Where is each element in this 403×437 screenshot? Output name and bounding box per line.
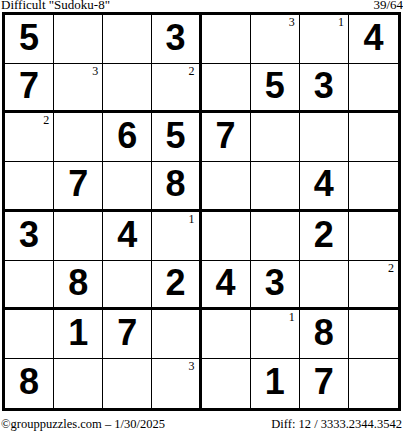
- cell-r5c7[interactable]: 2: [300, 212, 349, 261]
- cell-r1c4[interactable]: 3: [152, 15, 201, 64]
- cell-r7c5[interactable]: [202, 310, 251, 359]
- pencil-mark: 1: [189, 212, 195, 226]
- cell-r3c1[interactable]: 2: [5, 113, 54, 162]
- difficulty-text: Diff: 12 / 3333.2344.3542: [271, 417, 402, 432]
- given-digit: 1: [265, 364, 285, 400]
- cell-r2c4[interactable]: 2: [152, 64, 201, 113]
- given-digit: 3: [165, 20, 185, 56]
- sudoku-board: 5331473253265778434128243217188317: [2, 12, 401, 411]
- given-digit: 4: [363, 20, 383, 56]
- cell-r8c5[interactable]: [202, 359, 251, 408]
- given-digit: 4: [117, 217, 137, 253]
- cell-r2c7[interactable]: 3: [300, 64, 349, 113]
- cell-r1c1[interactable]: 5: [5, 15, 54, 64]
- cell-r4c1[interactable]: [5, 162, 54, 211]
- cell-r4c4[interactable]: 8: [152, 162, 201, 211]
- cell-r2c2[interactable]: 3: [54, 64, 103, 113]
- cell-r3c8[interactable]: [349, 113, 398, 162]
- cell-r8c6[interactable]: 1: [251, 359, 300, 408]
- cell-r3c6[interactable]: [251, 113, 300, 162]
- cell-r5c4[interactable]: 1: [152, 212, 201, 261]
- given-digit: 8: [165, 166, 185, 202]
- cell-r2c3[interactable]: [103, 64, 152, 113]
- cell-r8c2[interactable]: [54, 359, 103, 408]
- cell-r1c3[interactable]: [103, 15, 152, 64]
- cell-r8c3[interactable]: [103, 359, 152, 408]
- given-digit: 7: [117, 315, 137, 351]
- cell-r5c2[interactable]: [54, 212, 103, 261]
- puzzle-page: Difficult "Sudoku-8" 39/64 5331473253265…: [0, 0, 403, 437]
- cell-r4c8[interactable]: [349, 162, 398, 211]
- cell-r6c4[interactable]: 2: [152, 261, 201, 310]
- given-digit: 5: [19, 20, 39, 56]
- cell-r7c3[interactable]: 7: [103, 310, 152, 359]
- cell-r8c1[interactable]: 8: [5, 359, 54, 408]
- cell-r6c7[interactable]: [300, 261, 349, 310]
- cell-r3c7[interactable]: [300, 113, 349, 162]
- cell-r6c6[interactable]: 3: [251, 261, 300, 310]
- cell-r7c8[interactable]: [349, 310, 398, 359]
- given-digit: 7: [19, 68, 39, 104]
- pencil-mark: 3: [92, 64, 98, 78]
- cell-r6c3[interactable]: [103, 261, 152, 310]
- given-digit: 8: [19, 364, 39, 400]
- cell-r3c4[interactable]: 5: [152, 113, 201, 162]
- pencil-mark: 1: [289, 310, 295, 324]
- cell-r5c1[interactable]: 3: [5, 212, 54, 261]
- given-digit: 6: [117, 118, 137, 154]
- pencil-mark: 1: [338, 15, 344, 29]
- pencil-mark: 2: [189, 64, 195, 78]
- cell-r6c5[interactable]: 4: [202, 261, 251, 310]
- given-digit: 3: [265, 265, 285, 301]
- cell-r7c1[interactable]: [5, 310, 54, 359]
- cell-r2c6[interactable]: 5: [251, 64, 300, 113]
- given-digit: 2: [314, 217, 334, 253]
- cell-r3c2[interactable]: [54, 113, 103, 162]
- given-digit: 7: [314, 364, 334, 400]
- cell-r2c8[interactable]: [349, 64, 398, 113]
- header: Difficult "Sudoku-8" 39/64: [1, 0, 403, 12]
- cell-r3c3[interactable]: 6: [103, 113, 152, 162]
- given-digit: 5: [165, 118, 185, 154]
- cell-r5c5[interactable]: [202, 212, 251, 261]
- cell-r4c2[interactable]: 7: [54, 162, 103, 211]
- cell-r2c5[interactable]: [202, 64, 251, 113]
- pencil-mark: 2: [388, 261, 394, 275]
- given-digit: 8: [314, 315, 334, 351]
- cell-r8c7[interactable]: 7: [300, 359, 349, 408]
- cell-r1c7[interactable]: 1: [300, 15, 349, 64]
- progress-counter: 39/64: [373, 0, 403, 12]
- credit-text: ©grouppuzzles.com – 1/30/2025: [1, 417, 165, 432]
- given-digit: 5: [265, 68, 285, 104]
- cell-r8c8[interactable]: [349, 359, 398, 408]
- cell-r1c2[interactable]: [54, 15, 103, 64]
- given-digit: 3: [19, 217, 39, 253]
- given-digit: 7: [68, 166, 88, 202]
- given-digit: 1: [68, 315, 88, 351]
- puzzle-title: Difficult "Sudoku-8": [1, 0, 110, 12]
- pencil-mark: 2: [43, 113, 49, 127]
- cell-r5c3[interactable]: 4: [103, 212, 152, 261]
- cell-r5c6[interactable]: [251, 212, 300, 261]
- cell-r7c2[interactable]: 1: [54, 310, 103, 359]
- cell-r6c1[interactable]: [5, 261, 54, 310]
- given-digit: 8: [68, 265, 88, 301]
- cell-r7c7[interactable]: 8: [300, 310, 349, 359]
- cell-r4c5[interactable]: [202, 162, 251, 211]
- cell-r4c3[interactable]: [103, 162, 152, 211]
- pencil-mark: 3: [289, 15, 295, 29]
- cell-r7c4[interactable]: [152, 310, 201, 359]
- cell-r8c4[interactable]: 3: [152, 359, 201, 408]
- cell-r6c8[interactable]: 2: [349, 261, 398, 310]
- given-digit: 2: [165, 265, 185, 301]
- cell-r1c8[interactable]: 4: [349, 15, 398, 64]
- cell-r1c6[interactable]: 3: [251, 15, 300, 64]
- cell-r6c2[interactable]: 8: [54, 261, 103, 310]
- cell-r2c1[interactable]: 7: [5, 64, 54, 113]
- cell-r7c6[interactable]: 1: [251, 310, 300, 359]
- cell-r4c6[interactable]: [251, 162, 300, 211]
- given-digit: 4: [216, 265, 236, 301]
- cell-r1c5[interactable]: [202, 15, 251, 64]
- given-digit: 3: [314, 68, 334, 104]
- cell-r4c7[interactable]: 4: [300, 162, 349, 211]
- given-digit: 7: [216, 118, 236, 154]
- given-digit: 4: [314, 166, 334, 202]
- cell-r5c8[interactable]: [349, 212, 398, 261]
- cell-r3c5[interactable]: 7: [202, 113, 251, 162]
- pencil-mark: 3: [189, 359, 195, 373]
